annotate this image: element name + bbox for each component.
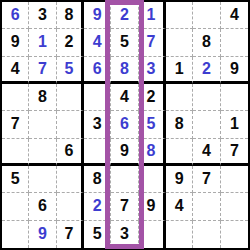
sudoku-cell[interactable]	[166, 29, 193, 56]
sudoku-cell[interactable]	[29, 166, 56, 193]
sudoku-cell[interactable]: 4	[2, 57, 29, 84]
sudoku-cell[interactable]: 9	[84, 2, 111, 29]
sudoku-cell[interactable]: 9	[166, 166, 193, 193]
sudoku-cell[interactable]: 6	[84, 57, 111, 84]
sudoku-cell[interactable]	[221, 84, 248, 111]
sudoku-cell[interactable]: 4	[111, 84, 138, 111]
sudoku-cell[interactable]: 9	[221, 57, 248, 84]
sudoku-cell[interactable]: 2	[84, 193, 111, 220]
sudoku-cell[interactable]	[57, 193, 84, 220]
sudoku-cell[interactable]	[57, 166, 84, 193]
sudoku-cell[interactable]: 8	[139, 139, 166, 166]
sudoku-cell[interactable]: 9	[2, 29, 29, 56]
sudoku-cell[interactable]: 7	[221, 139, 248, 166]
sudoku-board-wrap: 6389214912457847568312984273658169847589…	[0, 0, 250, 250]
sudoku-cell[interactable]: 2	[139, 84, 166, 111]
sudoku-cell[interactable]: 7	[57, 221, 84, 248]
sudoku-cell[interactable]	[2, 139, 29, 166]
sudoku-cell[interactable]: 5	[84, 221, 111, 248]
sudoku-cell[interactable]: 6	[111, 111, 138, 138]
sudoku-cell[interactable]	[2, 193, 29, 220]
sudoku-cell[interactable]: 9	[139, 193, 166, 220]
sudoku-cell[interactable]: 1	[139, 2, 166, 29]
sudoku-cell[interactable]	[166, 84, 193, 111]
sudoku-cell[interactable]	[139, 221, 166, 248]
sudoku-cell[interactable]: 2	[111, 2, 138, 29]
sudoku-cell[interactable]: 2	[193, 57, 220, 84]
sudoku-cell[interactable]: 2	[57, 29, 84, 56]
sudoku-cell[interactable]	[29, 139, 56, 166]
sudoku-cell[interactable]: 4	[166, 193, 193, 220]
sudoku-cell[interactable]: 4	[84, 29, 111, 56]
sudoku-cell[interactable]: 6	[29, 193, 56, 220]
sudoku-cell[interactable]: 8	[29, 84, 56, 111]
sudoku-cell[interactable]: 3	[84, 111, 111, 138]
sudoku-cell[interactable]: 9	[29, 221, 56, 248]
sudoku-cell[interactable]: 9	[111, 139, 138, 166]
sudoku-cell[interactable]: 6	[2, 2, 29, 29]
sudoku-cell[interactable]	[193, 111, 220, 138]
sudoku-cell[interactable]: 4	[193, 139, 220, 166]
sudoku-cell[interactable]	[221, 193, 248, 220]
sudoku-cell[interactable]: 5	[2, 166, 29, 193]
sudoku-cell[interactable]	[57, 84, 84, 111]
sudoku-cell[interactable]: 8	[84, 166, 111, 193]
sudoku-cell[interactable]: 7	[111, 193, 138, 220]
sudoku-cell[interactable]	[111, 166, 138, 193]
sudoku-cell[interactable]	[166, 2, 193, 29]
sudoku-cell[interactable]: 5	[139, 111, 166, 138]
sudoku-cell[interactable]: 5	[57, 57, 84, 84]
sudoku-cell[interactable]: 7	[2, 111, 29, 138]
sudoku-cell[interactable]	[2, 221, 29, 248]
sudoku-cell[interactable]: 5	[111, 29, 138, 56]
sudoku-cell[interactable]	[2, 84, 29, 111]
sudoku-cell[interactable]	[84, 139, 111, 166]
sudoku-cell[interactable]	[193, 2, 220, 29]
sudoku-cell[interactable]: 7	[139, 29, 166, 56]
sudoku-cell[interactable]: 8	[111, 57, 138, 84]
sudoku-cell[interactable]: 1	[221, 111, 248, 138]
sudoku-cell[interactable]: 1	[29, 29, 56, 56]
sudoku-cell[interactable]: 3	[111, 221, 138, 248]
sudoku-cell[interactable]: 8	[193, 29, 220, 56]
sudoku-cell[interactable]: 7	[193, 166, 220, 193]
sudoku-cell[interactable]	[57, 111, 84, 138]
sudoku-cell[interactable]	[221, 166, 248, 193]
sudoku-cell[interactable]: 3	[29, 2, 56, 29]
sudoku-cell[interactable]: 3	[139, 57, 166, 84]
sudoku-cell[interactable]	[221, 29, 248, 56]
sudoku-cell[interactable]	[29, 111, 56, 138]
sudoku-cell[interactable]: 1	[166, 57, 193, 84]
sudoku-cell[interactable]	[166, 139, 193, 166]
sudoku-cell[interactable]	[221, 221, 248, 248]
sudoku-cell[interactable]	[193, 84, 220, 111]
sudoku-board: 6389214912457847568312984273658169847589…	[0, 0, 250, 250]
sudoku-cell[interactable]	[166, 221, 193, 248]
sudoku-cell[interactable]: 4	[221, 2, 248, 29]
sudoku-cell[interactable]: 8	[166, 111, 193, 138]
sudoku-cell[interactable]	[139, 166, 166, 193]
sudoku-cell[interactable]	[193, 221, 220, 248]
sudoku-cell[interactable]	[84, 84, 111, 111]
sudoku-cell[interactable]: 6	[57, 139, 84, 166]
sudoku-cell[interactable]	[193, 193, 220, 220]
sudoku-cell[interactable]: 7	[29, 57, 56, 84]
sudoku-cell[interactable]: 8	[57, 2, 84, 29]
